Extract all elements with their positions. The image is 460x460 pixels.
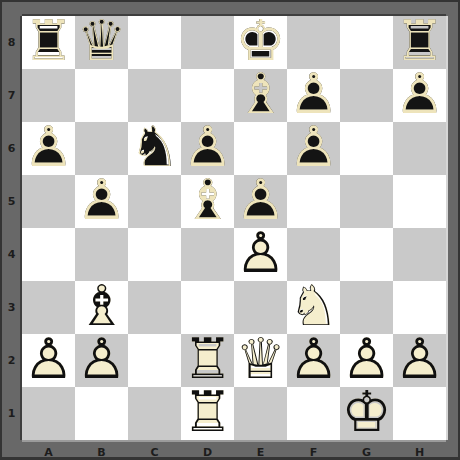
piece-white-rook[interactable]: ♜♖ [181,387,234,440]
square-d8[interactable] [181,16,234,69]
square-f5[interactable] [287,175,340,228]
piece-glyph-fill: ♟ [340,332,393,385]
piece-glyph-outline: ♙ [75,173,128,226]
square-h7[interactable]: ♟♙ [393,69,446,122]
square-b6[interactable] [75,122,128,175]
piece-glyph-outline: ♙ [181,120,234,173]
square-e2[interactable]: ♛♕ [234,334,287,387]
piece-black-pawn[interactable]: ♟♙ [75,175,128,228]
file-label-e: E [234,446,287,460]
piece-glyph-outline: ♔ [340,385,393,438]
piece-glyph-outline: ♖ [181,332,234,385]
square-c2[interactable] [128,334,181,387]
piece-glyph-outline: ♘ [287,279,340,332]
file-label-h: H [393,446,446,460]
square-c7[interactable] [128,69,181,122]
square-d6[interactable]: ♟♙ [181,122,234,175]
square-b4[interactable] [75,228,128,281]
square-g2[interactable]: ♟♙ [340,334,393,387]
piece-glyph-fill: ♚ [340,385,393,438]
file-label-d: D [181,446,234,460]
square-g1[interactable]: ♚♔ [340,387,393,440]
piece-glyph-outline: ♕ [234,332,287,385]
piece-glyph-fill: ♟ [75,173,128,226]
piece-white-pawn[interactable]: ♟♙ [234,228,287,281]
piece-glyph-outline: ♙ [393,332,446,385]
board-frame: ♜♖♛♕♚♔♜♖♝♗♟♙♟♙♟♙♞♘♟♙♟♙♟♙♝♗♟♙♟♙♝♗♞♘♟♙♟♙♜♖… [0,0,460,460]
square-h6[interactable] [393,122,446,175]
piece-glyph-outline: ♗ [75,279,128,332]
piece-glyph-outline: ♖ [181,385,234,438]
square-b1[interactable] [75,387,128,440]
piece-glyph-outline: ♙ [22,120,75,173]
square-h5[interactable] [393,175,446,228]
piece-glyph-outline: ♙ [75,332,128,385]
piece-white-knight[interactable]: ♞♘ [287,281,340,334]
rank-label-5: 5 [2,195,21,208]
square-e6[interactable] [234,122,287,175]
square-b5[interactable]: ♟♙ [75,175,128,228]
rank-label-2: 2 [2,354,21,367]
square-d3[interactable] [181,281,234,334]
square-f2[interactable]: ♟♙ [287,334,340,387]
piece-black-pawn[interactable]: ♟♙ [181,122,234,175]
chess-board: ♜♖♛♕♚♔♜♖♝♗♟♙♟♙♟♙♞♘♟♙♟♙♟♙♝♗♟♙♟♙♝♗♞♘♟♙♟♙♜♖… [22,16,446,440]
square-e5[interactable]: ♟♙ [234,175,287,228]
rank-label-7: 7 [2,89,21,102]
square-d5[interactable]: ♝♗ [181,175,234,228]
piece-glyph-fill: ♜ [22,14,75,67]
piece-black-pawn[interactable]: ♟♙ [22,122,75,175]
piece-glyph-fill: ♟ [181,120,234,173]
square-g7[interactable] [340,69,393,122]
square-e8[interactable]: ♚♔ [234,16,287,69]
square-e3[interactable] [234,281,287,334]
piece-black-rook[interactable]: ♜♖ [22,16,75,69]
square-d4[interactable] [181,228,234,281]
piece-glyph-fill: ♞ [287,279,340,332]
square-d1[interactable]: ♜♖ [181,387,234,440]
rank-label-6: 6 [2,142,21,155]
square-g8[interactable] [340,16,393,69]
piece-black-pawn[interactable]: ♟♙ [234,175,287,228]
square-g5[interactable] [340,175,393,228]
piece-black-pawn[interactable]: ♟♙ [287,69,340,122]
piece-glyph-fill: ♟ [22,120,75,173]
piece-glyph-fill: ♝ [181,173,234,226]
rank-label-8: 8 [2,36,21,49]
square-a4[interactable] [22,228,75,281]
file-label-c: C [128,446,181,460]
piece-white-rook[interactable]: ♜♖ [181,334,234,387]
piece-glyph-fill: ♜ [181,332,234,385]
square-a5[interactable] [22,175,75,228]
piece-glyph-outline: ♙ [340,332,393,385]
piece-glyph-outline: ♗ [181,173,234,226]
square-c5[interactable] [128,175,181,228]
square-c3[interactable] [128,281,181,334]
piece-black-rook[interactable]: ♜♖ [393,16,446,69]
square-g4[interactable] [340,228,393,281]
square-c8[interactable] [128,16,181,69]
rank-label-3: 3 [2,301,21,314]
square-h8[interactable]: ♜♖ [393,16,446,69]
piece-glyph-fill: ♟ [287,67,340,120]
piece-white-bishop[interactable]: ♝♗ [75,281,128,334]
piece-glyph-outline: ♘ [128,120,181,173]
piece-glyph-fill: ♝ [234,67,287,120]
square-e4[interactable]: ♟♙ [234,228,287,281]
piece-white-king[interactable]: ♚♔ [340,387,393,440]
piece-glyph-fill: ♛ [75,14,128,67]
piece-glyph-outline: ♕ [75,14,128,67]
piece-white-queen[interactable]: ♛♕ [234,334,287,387]
square-f8[interactable] [287,16,340,69]
piece-glyph-fill: ♚ [234,14,287,67]
piece-glyph-outline: ♙ [287,67,340,120]
square-g3[interactable] [340,281,393,334]
square-a2[interactable]: ♟♙ [22,334,75,387]
piece-glyph-fill: ♟ [393,67,446,120]
piece-black-bishop[interactable]: ♝♗ [181,175,234,228]
square-b3[interactable]: ♝♗ [75,281,128,334]
piece-glyph-fill: ♟ [22,332,75,385]
square-a1[interactable] [22,387,75,440]
piece-white-pawn[interactable]: ♟♙ [393,334,446,387]
square-f4[interactable] [287,228,340,281]
piece-glyph-outline: ♙ [234,226,287,279]
piece-white-pawn[interactable]: ♟♙ [75,334,128,387]
piece-glyph-fill: ♛ [234,332,287,385]
rank-label-4: 4 [2,248,21,261]
piece-white-pawn[interactable]: ♟♙ [287,334,340,387]
piece-glyph-outline: ♖ [22,14,75,67]
piece-glyph-outline: ♙ [22,332,75,385]
piece-glyph-fill: ♟ [287,120,340,173]
square-h3[interactable] [393,281,446,334]
piece-black-bishop[interactable]: ♝♗ [234,69,287,122]
square-b2[interactable]: ♟♙ [75,334,128,387]
square-e7[interactable]: ♝♗ [234,69,287,122]
square-f7[interactable]: ♟♙ [287,69,340,122]
square-h4[interactable] [393,228,446,281]
piece-black-knight[interactable]: ♞♘ [128,122,181,175]
rank-label-1: 1 [2,407,21,420]
piece-glyph-outline: ♖ [393,14,446,67]
square-a7[interactable] [22,69,75,122]
piece-glyph-fill: ♝ [75,279,128,332]
piece-glyph-fill: ♜ [393,14,446,67]
square-c1[interactable] [128,387,181,440]
file-label-g: G [340,446,393,460]
piece-glyph-outline: ♔ [234,14,287,67]
piece-glyph-fill: ♜ [181,385,234,438]
piece-glyph-outline: ♙ [234,173,287,226]
square-c6[interactable]: ♞♘ [128,122,181,175]
piece-glyph-fill: ♟ [393,332,446,385]
square-d2[interactable]: ♜♖ [181,334,234,387]
piece-white-pawn[interactable]: ♟♙ [340,334,393,387]
piece-glyph-fill: ♟ [75,332,128,385]
file-label-b: B [75,446,128,460]
square-a3[interactable] [22,281,75,334]
piece-glyph-fill: ♟ [234,226,287,279]
piece-black-queen[interactable]: ♛♕ [75,16,128,69]
square-c4[interactable] [128,228,181,281]
square-d7[interactable] [181,69,234,122]
file-label-f: F [287,446,340,460]
square-b7[interactable] [75,69,128,122]
piece-black-king[interactable]: ♚♔ [234,16,287,69]
square-a8[interactable]: ♜♖ [22,16,75,69]
square-b8[interactable]: ♛♕ [75,16,128,69]
piece-glyph-outline: ♙ [287,120,340,173]
square-h2[interactable]: ♟♙ [393,334,446,387]
piece-glyph-fill: ♟ [287,332,340,385]
square-h1[interactable] [393,387,446,440]
piece-white-pawn[interactable]: ♟♙ [22,334,75,387]
square-g6[interactable] [340,122,393,175]
square-f1[interactable] [287,387,340,440]
file-label-a: A [22,446,75,460]
piece-glyph-fill: ♞ [128,120,181,173]
piece-glyph-fill: ♟ [234,173,287,226]
square-a6[interactable]: ♟♙ [22,122,75,175]
square-f6[interactable]: ♟♙ [287,122,340,175]
piece-black-pawn[interactable]: ♟♙ [393,69,446,122]
piece-black-pawn[interactable]: ♟♙ [287,122,340,175]
square-e1[interactable] [234,387,287,440]
square-f3[interactable]: ♞♘ [287,281,340,334]
piece-glyph-outline: ♙ [393,67,446,120]
piece-glyph-outline: ♙ [287,332,340,385]
piece-glyph-outline: ♗ [234,67,287,120]
